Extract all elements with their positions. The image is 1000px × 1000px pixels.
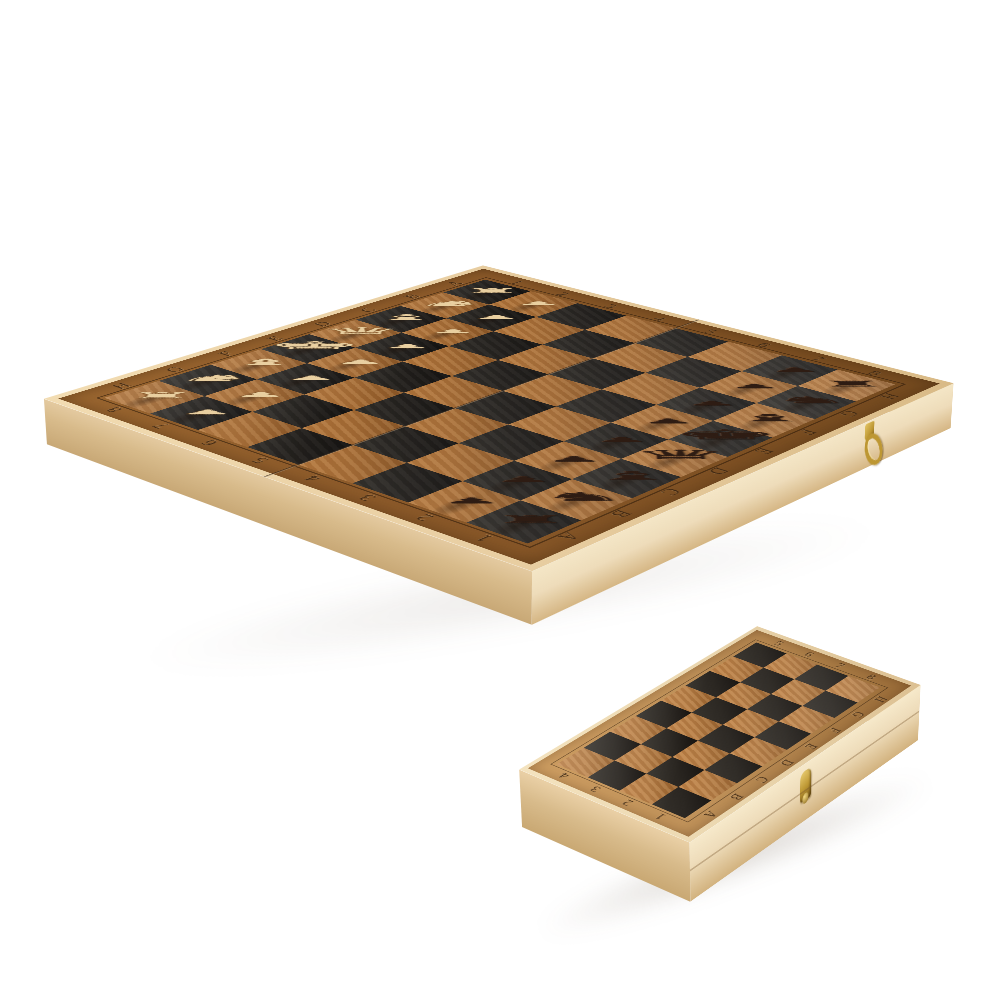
box-square [652,787,711,818]
piece-shadow [728,412,791,435]
coordinate-label: 5 [246,455,275,465]
coordinate-label: C [654,486,687,498]
main-board-top: 8172635445362718HAGBFCEDDECFBGAH [44,265,954,571]
piece-shadow [475,471,546,498]
folded-box-squares [519,626,757,769]
square-a3[interactable] [353,463,463,503]
box-square [557,748,615,778]
square-a4[interactable] [299,445,407,483]
piece-shadow [586,469,655,496]
piece-shadow [480,511,554,540]
box-square [584,732,641,761]
square-b1[interactable] [521,479,633,520]
box-square [672,741,729,770]
coordinate-label: 2 [619,798,637,808]
box-square [588,761,646,791]
square-c2[interactable] [514,441,621,479]
coordinate-label: 3 [587,784,605,794]
square-d3[interactable] [508,407,611,442]
square-b6[interactable] [252,394,354,428]
product-photo-stage: 8172635445362718HAGBFCEDDECFBGAH ♜♞♝♚♛♝♞… [0,0,1000,1000]
brass-hook-clasp [860,416,885,469]
coordinate-label: A [551,530,586,543]
box-square [615,744,673,773]
piece-shadow [635,449,702,474]
coordinate-label: D [702,465,735,476]
coordinate-label: D [776,758,797,768]
coordinate-label: E [801,742,820,751]
rook-glyph-icon: ♜ [430,288,554,294]
square-c5[interactable] [354,393,455,427]
pawn-glyph-icon: ♟ [684,383,825,389]
coordinate-label: 7 [147,421,175,430]
square-d1[interactable] [621,439,727,477]
knight-glyph-icon: ♞ [144,374,285,383]
coordinate-label: C [751,774,771,784]
knight-glyph-icon: ♞ [387,300,513,307]
bishop-glyph-icon: ♝ [342,314,470,322]
square-b2[interactable] [463,461,572,501]
square-f1[interactable] [713,403,815,437]
coordinate-label: 1 [651,811,669,821]
square-b4[interactable] [353,426,458,462]
piece-shadow [682,430,747,454]
coordinate-label: B [604,508,638,520]
main-board: 8172635445362718HAGBFCEDDECFBGAH ♜♞♝♚♛♝♞… [44,265,954,571]
square-e3[interactable] [556,389,656,422]
bishop-glyph-icon: ♝ [196,358,334,366]
square-a7[interactable] [150,396,252,430]
square-b3[interactable] [407,443,514,481]
square-f2[interactable] [656,388,756,421]
folded-box: 45362718ABCDEFGH [519,626,920,842]
coordinate-label: 4 [298,473,327,484]
coordinate-label: 6 [195,438,224,448]
square-a6[interactable] [198,412,302,447]
square-c1[interactable] [572,459,681,498]
queen-glyph-icon: ♛ [295,327,427,336]
square-d4[interactable] [455,391,556,424]
square-d2[interactable] [564,423,669,459]
square-e2[interactable] [611,405,713,440]
pawn-glyph-icon: ♟ [726,367,864,373]
square-b5[interactable] [302,410,406,445]
coordinate-label: 8 [100,405,128,414]
box-square [730,737,787,766]
coordinate-label: 1 [469,532,499,544]
coordinate-label: 2 [410,512,440,524]
piece-shadow [527,451,595,477]
coordinate-label: B [726,791,747,801]
coordinate-label: 4 [555,771,572,781]
coordinate-label: E [749,446,780,456]
square-a5[interactable] [247,428,353,465]
piece-shadow [534,489,605,517]
box-square [620,774,679,805]
square-c3[interactable] [459,424,564,460]
coordinate-label: A [699,809,720,820]
coordinate-label: 3 [353,492,383,503]
box-square [704,753,762,783]
piece-shadow [577,432,643,456]
brass-hasp-clasp [799,766,813,810]
square-c4[interactable] [405,408,508,443]
coordinate-label: F [793,427,823,437]
box-square [646,757,704,787]
square-a1[interactable] [467,500,581,543]
coordinate-label: F [825,726,844,735]
box-square [698,725,755,754]
king-glyph-icon: ♚ [247,340,382,350]
piece-shadow [421,492,494,520]
box-square [678,770,737,801]
piece-shadow [624,414,688,437]
box-square [641,728,698,757]
square-a2[interactable] [408,481,520,522]
